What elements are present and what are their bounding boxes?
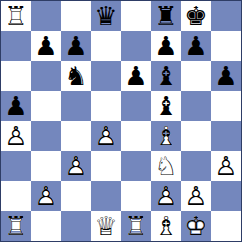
- white-pawn-icon: ♙: [151, 181, 181, 211]
- square-e2[interactable]: [121, 181, 151, 211]
- white-pawn-fill: ♟: [151, 181, 181, 211]
- square-c6[interactable]: ♞: [61, 61, 91, 91]
- square-h4[interactable]: [211, 121, 241, 151]
- square-b5[interactable]: [31, 91, 61, 121]
- white-bishop-fill: ♝: [151, 121, 181, 151]
- square-a5[interactable]: ♟: [1, 91, 31, 121]
- square-h3[interactable]: ♟♙: [211, 151, 241, 181]
- square-b7[interactable]: ♟: [31, 31, 61, 61]
- square-c7[interactable]: ♟: [61, 31, 91, 61]
- square-e5[interactable]: [121, 91, 151, 121]
- black-pawn-icon: ♟: [151, 31, 181, 61]
- white-pawn-fill: ♟: [61, 151, 91, 181]
- square-a3[interactable]: [1, 151, 31, 181]
- white-pawn-fill: ♟: [91, 121, 121, 151]
- white-pawn-icon: ♙: [31, 181, 61, 211]
- white-king-fill: ♚: [181, 211, 211, 241]
- square-d6[interactable]: [91, 61, 121, 91]
- white-bishop-icon: ♗: [151, 121, 181, 151]
- square-f5[interactable]: ♝: [151, 91, 181, 121]
- square-f8[interactable]: ♜: [151, 1, 181, 31]
- square-f7[interactable]: ♟: [151, 31, 181, 61]
- square-g8[interactable]: ♚: [181, 1, 211, 31]
- square-d1[interactable]: ♛♕: [91, 211, 121, 241]
- white-pawn-icon: ♙: [91, 121, 121, 151]
- white-queen-fill: ♛: [91, 211, 121, 241]
- square-d8[interactable]: ♛: [91, 1, 121, 31]
- square-d3[interactable]: [91, 151, 121, 181]
- square-f4[interactable]: ♝♗: [151, 121, 181, 151]
- black-king-icon: ♚: [181, 1, 211, 31]
- square-h8[interactable]: [211, 1, 241, 31]
- square-h6[interactable]: ♟: [211, 61, 241, 91]
- black-rook-icon: ♜: [151, 1, 181, 31]
- square-b6[interactable]: [31, 61, 61, 91]
- black-bishop-icon: ♝: [151, 91, 181, 121]
- white-rook-icon: ♖: [1, 211, 31, 241]
- square-g3[interactable]: [181, 151, 211, 181]
- white-rook-fill: ♜: [121, 211, 151, 241]
- white-rook-fill: ♜: [1, 211, 31, 241]
- square-f3[interactable]: ♞♘: [151, 151, 181, 181]
- square-g7[interactable]: ♟: [181, 31, 211, 61]
- square-c4[interactable]: [61, 121, 91, 151]
- white-pawn-fill: ♟: [211, 151, 241, 181]
- square-b4[interactable]: [31, 121, 61, 151]
- square-c1[interactable]: [61, 211, 91, 241]
- square-a4[interactable]: ♟♙: [1, 121, 31, 151]
- square-e6[interactable]: ♟: [121, 61, 151, 91]
- black-pawn-icon: ♟: [211, 61, 241, 91]
- white-rook-icon: ♖: [121, 211, 151, 241]
- square-b1[interactable]: [31, 211, 61, 241]
- white-queen-icon: ♕: [91, 211, 121, 241]
- white-pawn-icon: ♙: [61, 151, 91, 181]
- white-pawn-fill: ♟: [31, 181, 61, 211]
- square-f2[interactable]: ♟♙: [151, 181, 181, 211]
- square-e4[interactable]: [121, 121, 151, 151]
- square-b3[interactable]: [31, 151, 61, 181]
- square-e8[interactable]: [121, 1, 151, 31]
- square-b8[interactable]: [31, 1, 61, 31]
- square-e1[interactable]: ♜♖: [121, 211, 151, 241]
- square-d5[interactable]: [91, 91, 121, 121]
- square-c8[interactable]: [61, 1, 91, 31]
- square-g1[interactable]: ♚♔: [181, 211, 211, 241]
- black-pawn-icon: ♟: [61, 31, 91, 61]
- black-knight-icon: ♞: [61, 61, 91, 91]
- square-a2[interactable]: [1, 181, 31, 211]
- square-c3[interactable]: ♟♙: [61, 151, 91, 181]
- white-pawn-icon: ♙: [181, 181, 211, 211]
- white-rook-fill: ♜: [1, 1, 31, 31]
- square-h5[interactable]: [211, 91, 241, 121]
- square-g5[interactable]: [181, 91, 211, 121]
- white-bishop-fill: ♝: [151, 211, 181, 241]
- black-pawn-icon: ♟: [181, 31, 211, 61]
- white-pawn-fill: ♟: [1, 121, 31, 151]
- square-b2[interactable]: ♟♙: [31, 181, 61, 211]
- white-pawn-icon: ♙: [1, 121, 31, 151]
- black-pawn-icon: ♟: [121, 61, 151, 91]
- white-pawn-icon: ♙: [211, 151, 241, 181]
- square-e3[interactable]: [121, 151, 151, 181]
- white-bishop-icon: ♗: [151, 211, 181, 241]
- square-a6[interactable]: [1, 61, 31, 91]
- square-g2[interactable]: ♟♙: [181, 181, 211, 211]
- square-c5[interactable]: [61, 91, 91, 121]
- white-knight-fill: ♞: [151, 151, 181, 181]
- square-e7[interactable]: [121, 31, 151, 61]
- white-pawn-fill: ♟: [181, 181, 211, 211]
- white-rook-icon: ♖: [1, 1, 31, 31]
- square-d4[interactable]: ♟♙: [91, 121, 121, 151]
- square-a7[interactable]: [1, 31, 31, 61]
- square-a1[interactable]: ♜♖: [1, 211, 31, 241]
- black-queen-icon: ♛: [91, 1, 121, 31]
- chess-board: ♜♖♛♜♚♟♟♟♟♞♟♝♟♟♝♟♙♟♙♝♗♟♙♞♘♟♙♟♙♟♙♟♙♜♖♛♕♜♖♝…: [0, 0, 242, 242]
- black-pawn-icon: ♟: [31, 31, 61, 61]
- square-h1[interactable]: [211, 211, 241, 241]
- square-h7[interactable]: [211, 31, 241, 61]
- white-king-icon: ♔: [181, 211, 211, 241]
- square-g6[interactable]: [181, 61, 211, 91]
- square-f1[interactable]: ♝♗: [151, 211, 181, 241]
- square-a8[interactable]: ♜♖: [1, 1, 31, 31]
- square-d2[interactable]: [91, 181, 121, 211]
- black-bishop-icon: ♝: [151, 61, 181, 91]
- square-h2[interactable]: [211, 181, 241, 211]
- black-pawn-icon: ♟: [1, 91, 31, 121]
- square-d7[interactable]: [91, 31, 121, 61]
- square-f6[interactable]: ♝: [151, 61, 181, 91]
- white-knight-icon: ♘: [151, 151, 181, 181]
- square-c2[interactable]: [61, 181, 91, 211]
- square-g4[interactable]: [181, 121, 211, 151]
